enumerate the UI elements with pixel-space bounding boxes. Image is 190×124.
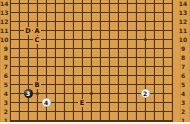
white-stone-move-2[interactable]: 2 [141, 89, 150, 98]
grid-line-vertical [118, 0, 119, 122]
grid-line-horizontal [10, 21, 173, 22]
grid-line-vertical [55, 0, 56, 122]
mark-C[interactable]: C [33, 36, 41, 44]
grid-line-horizontal [10, 111, 173, 112]
row-label-right: 12 [177, 19, 189, 25]
row-label-left: 9 [0, 46, 8, 52]
star-point [90, 38, 93, 41]
row-label-right: 5 [177, 82, 189, 88]
grid-line-vertical [136, 0, 137, 122]
row-label-right: 8 [177, 55, 189, 61]
grid-line-vertical [28, 0, 29, 122]
row-label-left: 11 [0, 28, 8, 34]
star-point [144, 38, 147, 41]
row-label-left: 10 [0, 37, 8, 43]
grid-line-horizontal [10, 75, 173, 76]
row-label-right: 14 [177, 1, 189, 7]
grid-line-horizontal [10, 57, 173, 58]
row-label-right: 3 [177, 100, 189, 106]
grid-line-vertical [109, 0, 110, 122]
row-label-left: 8 [0, 55, 8, 61]
star-point [90, 92, 93, 95]
grid-line-horizontal [10, 12, 173, 13]
row-label-left: 14 [0, 1, 8, 7]
bottom-edge-strip [0, 122, 190, 124]
row-label-right: 7 [177, 64, 189, 70]
mark-D[interactable]: D [24, 27, 32, 35]
grid-line-vertical [73, 0, 74, 122]
mark-E[interactable]: E [78, 99, 86, 107]
grid-line-horizontal [10, 3, 173, 4]
grid-line-vertical [19, 0, 20, 122]
grid-line-vertical [37, 0, 38, 122]
row-label-right: 2 [177, 109, 189, 115]
row-label-right: 9 [177, 46, 189, 52]
row-label-right: 13 [177, 10, 189, 16]
row-label-left: 6 [0, 73, 8, 79]
mark-A[interactable]: A [33, 27, 41, 35]
star-point [36, 92, 39, 95]
grid-line-vertical [172, 0, 173, 122]
row-label-left: 12 [0, 19, 8, 25]
row-label-right: 11 [177, 28, 189, 34]
mark-B[interactable]: B [33, 81, 41, 89]
grid-line-horizontal [10, 48, 173, 49]
grid-line-horizontal [10, 66, 173, 67]
row-label-left: 5 [0, 82, 8, 88]
row-label-left: 3 [0, 100, 8, 106]
grid-line-vertical [91, 0, 92, 122]
grid-line-vertical [10, 0, 11, 122]
go-diagram: 14141313121211111010998877665544332211 A… [0, 0, 190, 124]
grid-line-vertical [145, 0, 146, 122]
grid-line-vertical [154, 0, 155, 122]
row-label-left: 7 [0, 64, 8, 70]
black-stone-move-3[interactable]: 3 [24, 89, 33, 98]
grid-line-vertical [100, 0, 101, 122]
grid-line-horizontal [10, 102, 173, 103]
row-label-right: 10 [177, 37, 189, 43]
go-board[interactable]: 14141313121211111010998877665544332211 A… [0, 0, 190, 124]
row-label-right: 6 [177, 73, 189, 79]
row-label-left: 4 [0, 91, 8, 97]
grid-line-vertical [127, 0, 128, 122]
grid-line-vertical [163, 0, 164, 122]
grid-line-vertical [64, 0, 65, 122]
row-label-left: 13 [0, 10, 8, 16]
white-stone-move-4[interactable]: 4 [42, 98, 51, 107]
row-label-left: 2 [0, 109, 8, 115]
row-label-right: 4 [177, 91, 189, 97]
